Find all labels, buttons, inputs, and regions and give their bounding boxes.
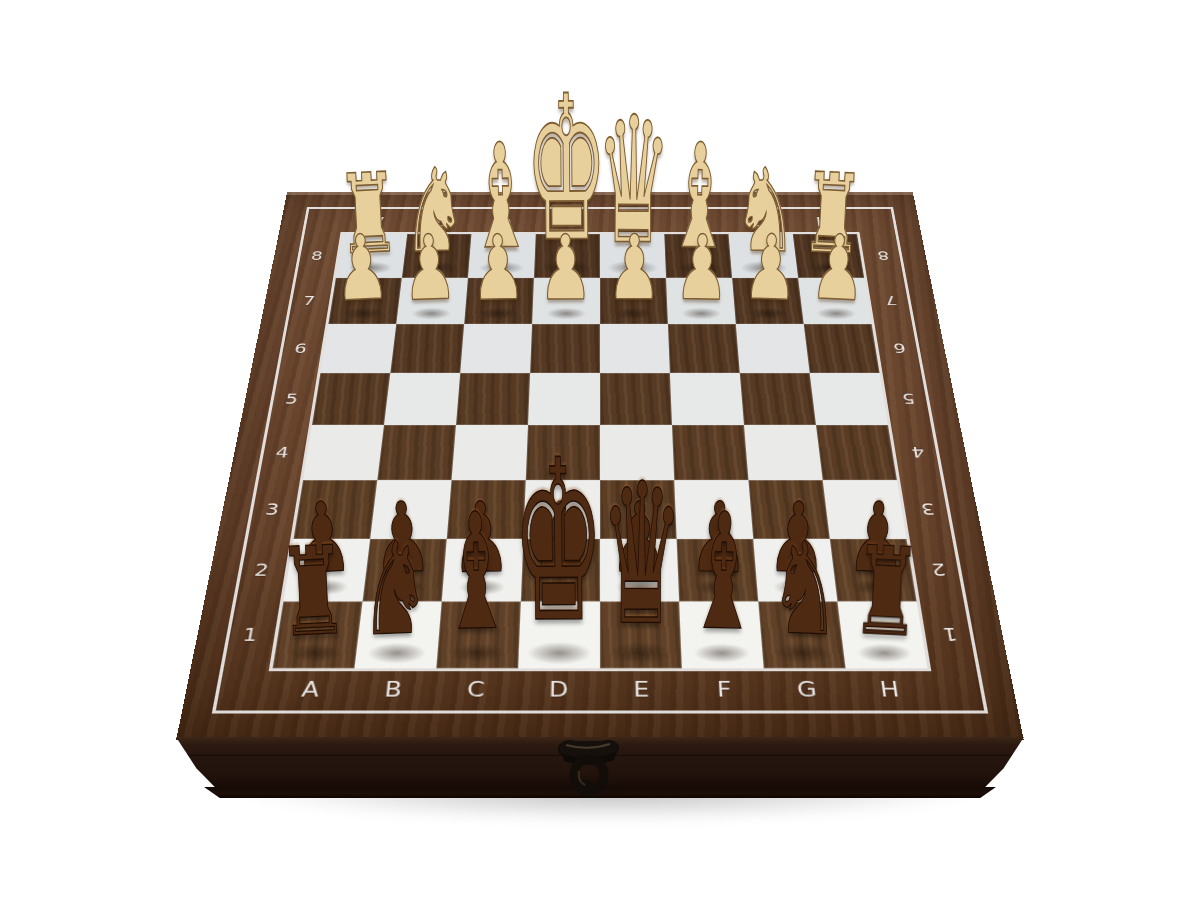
rank-label-right-5: 5: [882, 373, 935, 425]
rank-label-right-8: 8: [860, 234, 908, 278]
square-d4: [526, 425, 600, 480]
square-f5: [670, 373, 744, 425]
piece-shadow: [849, 579, 902, 596]
rank-label-left-4: 4: [255, 425, 309, 480]
square-c5: [456, 373, 530, 425]
rank-label-right-3: 3: [900, 480, 956, 539]
file-label-top-H: H: [790, 208, 857, 234]
file-label-bottom-C: C: [433, 668, 518, 711]
piece-shadow: [539, 260, 596, 276]
square-f4: [672, 425, 748, 480]
chess-box-lid: 8765432187654321ABCDEFGHABCDEFGH: [176, 192, 1024, 739]
square-b3: [370, 480, 451, 539]
square-h4: [816, 425, 897, 480]
rank-label-left-6: 6: [275, 324, 326, 373]
piece-shadow: [692, 579, 743, 596]
rank-label-left-3: 3: [244, 480, 300, 539]
piece-shadow: [691, 642, 753, 663]
piece-shadow: [410, 261, 463, 276]
piece-shadow: [674, 261, 724, 275]
square-f3: [674, 480, 753, 539]
square-a5: [312, 373, 390, 425]
square-h6: [804, 324, 880, 373]
piece-shadow: [409, 307, 453, 320]
rank-label-right-4: 4: [891, 425, 945, 480]
file-label-top-B: B: [407, 208, 473, 234]
square-a6: [320, 324, 396, 373]
file-label-top-D: D: [536, 208, 600, 234]
square-h5: [810, 373, 888, 425]
piece-shadow: [738, 261, 791, 276]
rank-label-left-8: 8: [293, 234, 341, 278]
piece-shadow: [477, 307, 521, 320]
file-label-top-F: F: [663, 208, 728, 234]
latch-icon: [552, 733, 624, 809]
piece-shadow: [605, 260, 660, 276]
square-e4: [600, 425, 674, 480]
rank-label-left-2: 2: [232, 539, 291, 602]
file-label-bottom-A: A: [266, 668, 355, 711]
piece-shadow: [747, 307, 791, 320]
square-a4: [303, 425, 384, 480]
product-photo-stage: { "game": "chess", "scene": { "descripti…: [0, 0, 1200, 900]
rank-label-left-7: 7: [284, 278, 333, 324]
piece-shadow: [614, 579, 665, 596]
square-b5: [384, 373, 460, 425]
piece-shadow: [679, 307, 723, 320]
square-b4: [377, 425, 456, 480]
file-label-bottom-H: H: [846, 668, 935, 711]
rank-label-left-5: 5: [265, 373, 318, 425]
piece-shadow: [524, 641, 594, 666]
file-label-bottom-G: G: [764, 668, 851, 711]
file-label-bottom-E: E: [600, 668, 684, 711]
square-e3: [600, 480, 677, 539]
piece-shadow: [805, 261, 854, 274]
rank-label-right-2: 2: [910, 539, 969, 602]
square-c4: [452, 425, 528, 480]
square-e6: [600, 324, 670, 373]
square-e5: [600, 373, 672, 425]
square-g3: [748, 480, 829, 539]
chess-board: [273, 234, 928, 668]
file-label-top-E: E: [600, 208, 664, 234]
piece-shadow: [607, 641, 675, 665]
file-label-bottom-D: D: [516, 668, 600, 711]
square-d6: [530, 324, 600, 373]
file-label-top-G: G: [726, 208, 792, 234]
file-label-bottom-F: F: [682, 668, 767, 711]
square-g6: [736, 324, 810, 373]
rank-label-right-1: 1: [920, 601, 981, 668]
square-d5: [528, 373, 600, 425]
piece-shadow: [771, 642, 836, 664]
square-a3: [294, 480, 378, 539]
square-c6: [460, 324, 532, 373]
square-d3: [523, 480, 600, 539]
piece-shadow: [377, 579, 429, 596]
piece-shadow: [771, 579, 823, 596]
square-h3: [823, 480, 907, 539]
piece-shadow: [535, 579, 586, 596]
rank-label-right-6: 6: [874, 324, 925, 373]
file-label-top-C: C: [471, 208, 536, 234]
square-c3: [447, 480, 526, 539]
rank-label-right-7: 7: [867, 278, 916, 324]
square-b6: [390, 324, 464, 373]
piece-shadow: [544, 307, 587, 320]
square-f6: [668, 324, 740, 373]
square-g5: [740, 373, 816, 425]
file-label-bottom-B: B: [349, 668, 436, 711]
piece-shadow: [814, 307, 859, 320]
file-label-top-A: A: [343, 208, 410, 234]
piece-shadow: [612, 307, 655, 320]
piece-shadow: [456, 579, 507, 596]
square-g4: [744, 425, 823, 480]
